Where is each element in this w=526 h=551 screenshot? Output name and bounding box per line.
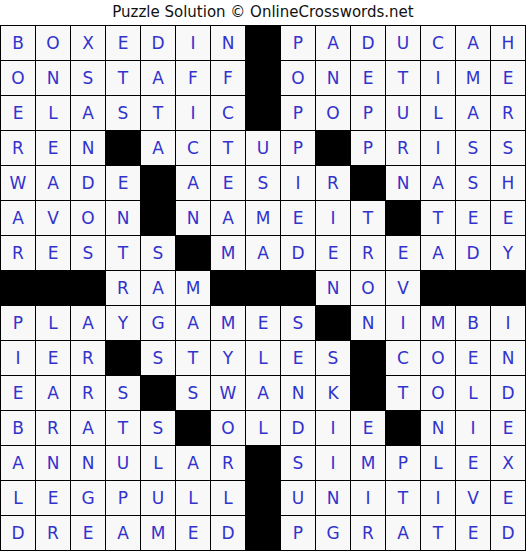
letter-cell: L <box>176 481 210 515</box>
letter-cell: O <box>421 341 455 375</box>
letter-cell: D <box>281 236 315 270</box>
letter-cell: E <box>491 201 525 235</box>
crossword-grid: BOXEDINPADUCAHONSTAFFONETIMEELASTICPOPUL… <box>0 25 526 551</box>
letter-cell: K <box>316 376 350 410</box>
letter-cell: A <box>386 516 420 550</box>
letter-cell: L <box>421 446 455 480</box>
letter-cell: A <box>71 411 105 445</box>
letter-cell: L <box>456 376 490 410</box>
letter-cell: A <box>36 376 70 410</box>
crossword-solution-page: Puzzle Solution © OnlineCrosswords.net B… <box>0 0 526 551</box>
letter-cell: M <box>211 306 245 340</box>
letter-cell: A <box>1 446 35 480</box>
letter-cell: A <box>456 96 490 130</box>
letter-cell: R <box>386 131 420 165</box>
letter-cell: S <box>316 341 350 375</box>
letter-cell: E <box>36 341 70 375</box>
letter-cell: A <box>71 306 105 340</box>
letter-cell: I <box>316 446 350 480</box>
letter-cell: P <box>281 131 315 165</box>
letter-cell: I <box>176 96 210 130</box>
letter-cell: E <box>491 411 525 445</box>
black-cell <box>141 166 175 200</box>
letter-cell: I <box>1 341 35 375</box>
letter-cell: N <box>421 411 455 445</box>
black-cell <box>141 376 175 410</box>
letter-cell: A <box>106 516 140 550</box>
letter-cell: A <box>176 166 210 200</box>
letter-cell: M <box>176 271 210 305</box>
letter-cell: T <box>106 411 140 445</box>
letter-cell: S <box>141 341 175 375</box>
black-cell <box>316 306 350 340</box>
letter-cell: L <box>141 446 175 480</box>
letter-cell: L <box>1 481 35 515</box>
letter-cell: S <box>176 376 210 410</box>
letter-cell: S <box>456 131 490 165</box>
letter-cell: T <box>386 376 420 410</box>
letter-cell: R <box>316 166 350 200</box>
letter-cell: R <box>36 516 70 550</box>
letter-cell: A <box>246 376 280 410</box>
letter-cell: E <box>351 61 385 95</box>
letter-cell: V <box>36 201 70 235</box>
letter-cell: P <box>1 306 35 340</box>
letter-cell: U <box>281 481 315 515</box>
letter-cell: R <box>491 96 525 130</box>
letter-cell: L <box>246 411 280 445</box>
black-cell <box>386 411 420 445</box>
black-cell <box>36 271 70 305</box>
letter-cell: U <box>386 96 420 130</box>
black-cell <box>246 61 280 95</box>
letter-cell: I <box>351 481 385 515</box>
letter-cell: N <box>316 61 350 95</box>
letter-cell: P <box>386 446 420 480</box>
black-cell <box>106 341 140 375</box>
black-cell <box>246 516 280 550</box>
letter-cell: D <box>211 516 245 550</box>
letter-cell: S <box>106 96 140 130</box>
letter-cell: I <box>421 131 455 165</box>
letter-cell: P <box>281 26 315 60</box>
letter-cell: S <box>246 166 280 200</box>
letter-cell: L <box>36 96 70 130</box>
letter-cell: T <box>106 236 140 270</box>
letter-cell: D <box>456 236 490 270</box>
letter-cell: I <box>281 166 315 200</box>
letter-cell: P <box>106 481 140 515</box>
black-cell <box>71 271 105 305</box>
letter-cell: S <box>281 306 315 340</box>
letter-cell: Y <box>106 306 140 340</box>
letter-cell: D <box>1 516 35 550</box>
letter-cell: S <box>491 131 525 165</box>
letter-cell: N <box>176 201 210 235</box>
black-cell <box>246 271 280 305</box>
letter-cell: L <box>36 306 70 340</box>
letter-cell: A <box>141 131 175 165</box>
letter-cell: Y <box>491 236 525 270</box>
letter-cell: O <box>71 201 105 235</box>
black-cell <box>491 271 525 305</box>
letter-cell: B <box>1 26 35 60</box>
letter-cell: Y <box>211 341 245 375</box>
black-cell <box>176 236 210 270</box>
letter-cell: F <box>211 61 245 95</box>
letter-cell: A <box>421 236 455 270</box>
letter-cell: X <box>491 446 525 480</box>
letter-cell: B <box>456 306 490 340</box>
black-cell <box>456 271 490 305</box>
letter-cell: D <box>71 166 105 200</box>
letter-cell: E <box>456 446 490 480</box>
letter-cell: M <box>351 446 385 480</box>
letter-cell: W <box>211 376 245 410</box>
letter-cell: I <box>316 411 350 445</box>
letter-cell: H <box>491 26 525 60</box>
letter-cell: E <box>1 376 35 410</box>
letter-cell: L <box>211 481 245 515</box>
letter-cell: N <box>71 446 105 480</box>
letter-cell: T <box>386 481 420 515</box>
letter-cell: S <box>71 236 105 270</box>
letter-cell: T <box>386 61 420 95</box>
letter-cell: T <box>351 201 385 235</box>
letter-cell: A <box>456 26 490 60</box>
black-cell <box>386 201 420 235</box>
letter-cell: T <box>421 201 455 235</box>
letter-cell: P <box>281 96 315 130</box>
letter-cell: R <box>351 236 385 270</box>
black-cell <box>1 271 35 305</box>
letter-cell: S <box>141 236 175 270</box>
letter-cell: E <box>211 166 245 200</box>
black-cell <box>246 446 280 480</box>
letter-cell: A <box>71 96 105 130</box>
letter-cell: R <box>71 341 105 375</box>
black-cell <box>351 376 385 410</box>
letter-cell: N <box>36 446 70 480</box>
letter-cell: M <box>421 306 455 340</box>
letter-cell: D <box>281 411 315 445</box>
letter-cell: E <box>281 341 315 375</box>
letter-cell: R <box>106 271 140 305</box>
letter-cell: D <box>491 376 525 410</box>
letter-cell: U <box>246 131 280 165</box>
letter-cell: O <box>316 96 350 130</box>
letter-cell: E <box>36 481 70 515</box>
letter-cell: L <box>421 96 455 130</box>
letter-cell: T <box>211 131 245 165</box>
letter-cell: D <box>351 26 385 60</box>
letter-cell: N <box>71 131 105 165</box>
letter-cell: E <box>351 411 385 445</box>
letter-cell: R <box>1 236 35 270</box>
letter-cell: V <box>456 481 490 515</box>
letter-cell: E <box>491 481 525 515</box>
black-cell <box>316 131 350 165</box>
letter-cell: A <box>421 166 455 200</box>
letter-cell: V <box>386 271 420 305</box>
letter-cell: H <box>491 166 525 200</box>
letter-cell: A <box>176 446 210 480</box>
letter-cell: I <box>386 306 420 340</box>
black-cell <box>211 271 245 305</box>
black-cell <box>351 341 385 375</box>
letter-cell: N <box>491 341 525 375</box>
letter-cell: N <box>281 376 315 410</box>
letter-cell: M <box>246 201 280 235</box>
letter-cell: A <box>316 26 350 60</box>
black-cell <box>246 26 280 60</box>
letter-cell: A <box>176 306 210 340</box>
letter-cell: E <box>281 201 315 235</box>
letter-cell: M <box>141 516 175 550</box>
letter-cell: B <box>1 411 35 445</box>
letter-cell: G <box>141 306 175 340</box>
letter-cell: R <box>351 516 385 550</box>
letter-cell: O <box>36 26 70 60</box>
letter-cell: E <box>386 236 420 270</box>
letter-cell: E <box>36 131 70 165</box>
letter-cell: A <box>1 201 35 235</box>
letter-cell: U <box>386 26 420 60</box>
letter-cell: N <box>316 481 350 515</box>
letter-cell: R <box>1 131 35 165</box>
letter-cell: I <box>316 201 350 235</box>
letter-cell: P <box>281 516 315 550</box>
letter-cell: P <box>351 96 385 130</box>
black-cell <box>421 271 455 305</box>
letter-cell: O <box>421 376 455 410</box>
letter-cell: O <box>1 61 35 95</box>
letter-cell: N <box>386 166 420 200</box>
letter-cell: C <box>421 26 455 60</box>
black-cell <box>281 271 315 305</box>
black-cell <box>351 166 385 200</box>
letter-cell: A <box>141 271 175 305</box>
letter-cell: I <box>421 61 455 95</box>
letter-cell: S <box>141 411 175 445</box>
black-cell <box>141 201 175 235</box>
letter-cell: A <box>246 236 280 270</box>
letter-cell: O <box>211 411 245 445</box>
letter-cell: E <box>491 61 525 95</box>
letter-cell: P <box>351 131 385 165</box>
letter-cell: S <box>106 376 140 410</box>
letter-cell: D <box>491 516 525 550</box>
letter-cell: C <box>176 131 210 165</box>
letter-cell: X <box>71 26 105 60</box>
letter-cell: I <box>176 26 210 60</box>
letter-cell: M <box>211 236 245 270</box>
black-cell <box>176 411 210 445</box>
letter-cell: I <box>421 481 455 515</box>
letter-cell: I <box>491 306 525 340</box>
letter-cell: E <box>106 166 140 200</box>
letter-cell: E <box>1 96 35 130</box>
letter-cell: M <box>456 61 490 95</box>
letter-cell: E <box>456 201 490 235</box>
letter-cell: N <box>36 61 70 95</box>
page-title: Puzzle Solution © OnlineCrosswords.net <box>0 0 526 25</box>
letter-cell: E <box>316 236 350 270</box>
letter-cell: C <box>386 341 420 375</box>
letter-cell: G <box>316 516 350 550</box>
letter-cell: O <box>351 271 385 305</box>
letter-cell: W <box>1 166 35 200</box>
letter-cell: E <box>106 26 140 60</box>
letter-cell: N <box>351 306 385 340</box>
letter-cell: L <box>246 341 280 375</box>
letter-cell: U <box>106 446 140 480</box>
letter-cell: E <box>36 236 70 270</box>
letter-cell: A <box>211 201 245 235</box>
letter-cell: O <box>281 61 315 95</box>
letter-cell: E <box>176 516 210 550</box>
letter-cell: S <box>71 61 105 95</box>
letter-cell: E <box>456 341 490 375</box>
letter-cell: E <box>71 516 105 550</box>
letter-cell: S <box>456 166 490 200</box>
letter-cell: R <box>71 376 105 410</box>
letter-cell: T <box>421 516 455 550</box>
letter-cell: R <box>211 446 245 480</box>
letter-cell: D <box>141 26 175 60</box>
letter-cell: N <box>211 26 245 60</box>
letter-cell: T <box>176 341 210 375</box>
letter-cell: R <box>36 411 70 445</box>
letter-cell: E <box>246 306 280 340</box>
black-cell <box>246 96 280 130</box>
letter-cell: T <box>141 96 175 130</box>
letter-cell: N <box>316 271 350 305</box>
letter-cell: N <box>106 201 140 235</box>
letter-cell: C <box>211 96 245 130</box>
letter-cell: I <box>456 411 490 445</box>
letter-cell: E <box>456 516 490 550</box>
letter-cell: A <box>36 166 70 200</box>
black-cell <box>246 481 280 515</box>
letter-cell: F <box>176 61 210 95</box>
letter-cell: U <box>141 481 175 515</box>
black-cell <box>106 131 140 165</box>
letter-cell: T <box>106 61 140 95</box>
letter-cell: S <box>281 446 315 480</box>
letter-cell: G <box>71 481 105 515</box>
letter-cell: A <box>141 61 175 95</box>
